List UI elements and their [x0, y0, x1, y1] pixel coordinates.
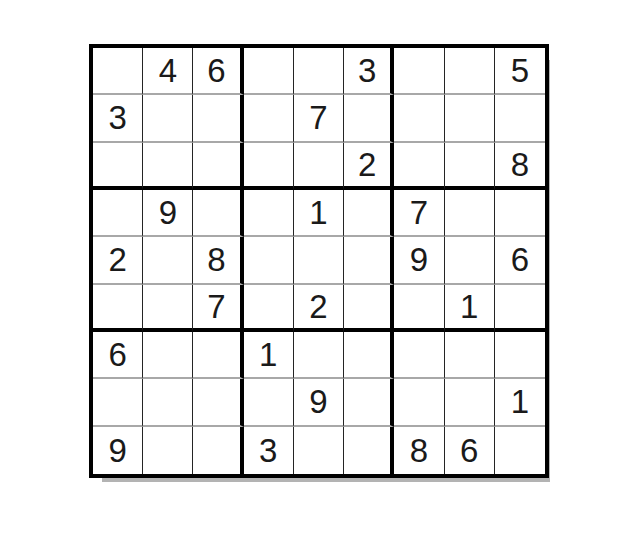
- cell-r6c8-given-1[interactable]: 1: [445, 285, 495, 332]
- cell-r7c1-given-6[interactable]: 6: [93, 332, 143, 379]
- cell-r2c4-empty[interactable]: [244, 95, 294, 142]
- cell-r5c2-empty[interactable]: [143, 237, 193, 284]
- cell-r7c8-empty[interactable]: [445, 332, 495, 379]
- cell-r5c1-given-2[interactable]: 2: [93, 237, 143, 284]
- cell-r5c9-given-6[interactable]: 6: [495, 237, 545, 284]
- cell-r1c7-empty[interactable]: [394, 48, 444, 95]
- cell-r7c5-empty[interactable]: [294, 332, 344, 379]
- cell-r7c9-empty[interactable]: [495, 332, 545, 379]
- cell-r2c3-empty[interactable]: [193, 95, 243, 142]
- cell-r8c3-empty[interactable]: [193, 379, 243, 426]
- cell-r7c4-given-1[interactable]: 1: [244, 332, 294, 379]
- cell-r8c1-empty[interactable]: [93, 379, 143, 426]
- cell-r5c6-empty[interactable]: [344, 237, 394, 284]
- cell-r6c7-empty[interactable]: [394, 285, 444, 332]
- cell-r8c4-empty[interactable]: [244, 379, 294, 426]
- cell-r3c6-given-2[interactable]: 2: [344, 143, 394, 190]
- cell-r4c2-given-9[interactable]: 9: [143, 190, 193, 237]
- cell-r7c7-empty[interactable]: [394, 332, 444, 379]
- cell-r9c8-given-6[interactable]: 6: [445, 427, 495, 474]
- cell-r8c8-empty[interactable]: [445, 379, 495, 426]
- cell-r9c7-given-8[interactable]: 8: [394, 427, 444, 474]
- cell-r1c6-given-3[interactable]: 3: [344, 48, 394, 95]
- cell-r7c6-empty[interactable]: [344, 332, 394, 379]
- cell-r4c1-empty[interactable]: [93, 190, 143, 237]
- cell-r8c6-empty[interactable]: [344, 379, 394, 426]
- cell-r1c4-empty[interactable]: [244, 48, 294, 95]
- cell-r6c6-empty[interactable]: [344, 285, 394, 332]
- cell-r3c4-empty[interactable]: [244, 143, 294, 190]
- cell-r8c5-given-9[interactable]: 9: [294, 379, 344, 426]
- cell-r9c9-empty[interactable]: [495, 427, 545, 474]
- cell-r1c1-empty[interactable]: [93, 48, 143, 95]
- cell-r6c1-empty[interactable]: [93, 285, 143, 332]
- cell-r4c9-empty[interactable]: [495, 190, 545, 237]
- cell-r2c8-empty[interactable]: [445, 95, 495, 142]
- cell-r4c6-empty[interactable]: [344, 190, 394, 237]
- cell-r9c4-given-3[interactable]: 3: [244, 427, 294, 474]
- cell-r2c5-given-7[interactable]: 7: [294, 95, 344, 142]
- cell-r4c5-given-1[interactable]: 1: [294, 190, 344, 237]
- cell-r3c2-empty[interactable]: [143, 143, 193, 190]
- cell-r9c6-empty[interactable]: [344, 427, 394, 474]
- cell-r5c7-given-9[interactable]: 9: [394, 237, 444, 284]
- cell-r4c8-empty[interactable]: [445, 190, 495, 237]
- cell-r8c7-empty[interactable]: [394, 379, 444, 426]
- cell-r1c2-given-4[interactable]: 4: [143, 48, 193, 95]
- cell-r4c4-empty[interactable]: [244, 190, 294, 237]
- cell-r5c4-empty[interactable]: [244, 237, 294, 284]
- cell-r6c5-given-2[interactable]: 2: [294, 285, 344, 332]
- cell-r9c1-given-9[interactable]: 9: [93, 427, 143, 474]
- cell-r8c9-given-1[interactable]: 1: [495, 379, 545, 426]
- cell-r9c3-empty[interactable]: [193, 427, 243, 474]
- cell-r1c5-empty[interactable]: [294, 48, 344, 95]
- sudoku-board: 46353728917289672161919386: [89, 44, 549, 478]
- cell-r7c3-empty[interactable]: [193, 332, 243, 379]
- cell-r3c3-empty[interactable]: [193, 143, 243, 190]
- cell-r3c5-empty[interactable]: [294, 143, 344, 190]
- cell-r1c3-given-6[interactable]: 6: [193, 48, 243, 95]
- cell-r5c5-empty[interactable]: [294, 237, 344, 284]
- cell-r4c3-empty[interactable]: [193, 190, 243, 237]
- cell-r2c1-given-3[interactable]: 3: [93, 95, 143, 142]
- page-canvas: 46353728917289672161919386: [0, 0, 640, 540]
- cell-r3c1-empty[interactable]: [93, 143, 143, 190]
- cell-r3c9-given-8[interactable]: 8: [495, 143, 545, 190]
- cell-r7c2-empty[interactable]: [143, 332, 193, 379]
- cell-r2c9-empty[interactable]: [495, 95, 545, 142]
- cell-r9c2-empty[interactable]: [143, 427, 193, 474]
- cell-r1c8-empty[interactable]: [445, 48, 495, 95]
- cell-r2c7-empty[interactable]: [394, 95, 444, 142]
- cell-r2c2-empty[interactable]: [143, 95, 193, 142]
- cell-r3c8-empty[interactable]: [445, 143, 495, 190]
- cell-r6c9-empty[interactable]: [495, 285, 545, 332]
- cell-r3c7-empty[interactable]: [394, 143, 444, 190]
- cell-r5c3-given-8[interactable]: 8: [193, 237, 243, 284]
- cell-r1c9-given-5[interactable]: 5: [495, 48, 545, 95]
- cell-r6c2-empty[interactable]: [143, 285, 193, 332]
- cell-r5c8-empty[interactable]: [445, 237, 495, 284]
- cell-r8c2-empty[interactable]: [143, 379, 193, 426]
- cell-r6c4-empty[interactable]: [244, 285, 294, 332]
- cell-r9c5-empty[interactable]: [294, 427, 344, 474]
- cell-r2c6-empty[interactable]: [344, 95, 394, 142]
- cell-r4c7-given-7[interactable]: 7: [394, 190, 444, 237]
- cell-r6c3-given-7[interactable]: 7: [193, 285, 243, 332]
